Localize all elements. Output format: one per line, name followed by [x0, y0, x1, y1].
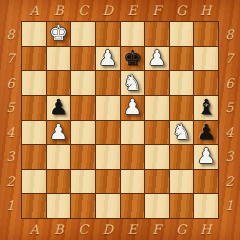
piece-white-knight[interactable]: ♞ [123, 73, 142, 94]
square-h6[interactable] [194, 71, 218, 95]
square-g2[interactable] [170, 170, 194, 194]
board: ♚♟♚♟♞♟♟♝♟♞♟♟ [21, 21, 219, 219]
piece-black-pawn[interactable]: ♟ [49, 97, 68, 118]
square-c2[interactable] [71, 170, 95, 194]
square-f1[interactable] [145, 194, 169, 218]
square-a2[interactable] [22, 170, 46, 194]
square-c4[interactable] [71, 121, 95, 145]
rank-label-left-5: 5 [0, 96, 21, 121]
square-b5[interactable]: ♟ [47, 96, 71, 120]
piece-white-pawn[interactable]: ♟ [123, 97, 142, 118]
square-h5[interactable]: ♝ [194, 96, 218, 120]
rank-labels-right: 87654321 [219, 22, 240, 218]
file-labels-top: ABCDEFGH [22, 0, 218, 21]
square-h7[interactable] [194, 47, 218, 71]
square-d1[interactable] [96, 194, 120, 218]
rank-label-right-2: 2 [219, 169, 240, 194]
square-e2[interactable] [121, 170, 145, 194]
square-c5[interactable] [71, 96, 95, 120]
square-b4[interactable]: ♟ [47, 121, 71, 145]
square-e7[interactable]: ♚ [121, 47, 145, 71]
square-c3[interactable] [71, 145, 95, 169]
piece-white-pawn[interactable]: ♟ [148, 48, 167, 69]
file-label-top-g: G [169, 0, 194, 21]
rank-label-right-1: 1 [219, 194, 240, 219]
square-a8[interactable] [22, 22, 46, 46]
rank-label-left-8: 8 [0, 22, 21, 47]
rank-label-left-3: 3 [0, 145, 21, 170]
square-g6[interactable] [170, 71, 194, 95]
rank-label-right-5: 5 [219, 96, 240, 121]
file-label-top-e: E [120, 0, 145, 21]
square-d2[interactable] [96, 170, 120, 194]
file-label-top-a: A [22, 0, 47, 21]
piece-white-king[interactable]: ♚ [49, 23, 68, 44]
file-label-bottom-b: B [47, 219, 72, 240]
rank-labels-left: 87654321 [0, 22, 21, 218]
square-g8[interactable] [170, 22, 194, 46]
square-e4[interactable] [121, 121, 145, 145]
square-b1[interactable] [47, 194, 71, 218]
file-label-top-h: H [194, 0, 219, 21]
square-d5[interactable] [96, 96, 120, 120]
square-g1[interactable] [170, 194, 194, 218]
file-label-bottom-g: G [169, 219, 194, 240]
square-e3[interactable] [121, 145, 145, 169]
piece-white-pawn[interactable]: ♟ [98, 48, 117, 69]
square-d8[interactable] [96, 22, 120, 46]
rank-label-right-6: 6 [219, 71, 240, 96]
square-e1[interactable] [121, 194, 145, 218]
square-f2[interactable] [145, 170, 169, 194]
square-d6[interactable] [96, 71, 120, 95]
rank-label-left-2: 2 [0, 169, 21, 194]
square-h4[interactable]: ♟ [194, 121, 218, 145]
board-frame: ABCDEFGH ABCDEFGH 87654321 87654321 ♚♟♚♟… [0, 0, 240, 240]
file-label-bottom-h: H [194, 219, 219, 240]
piece-white-knight[interactable]: ♞ [172, 122, 191, 143]
square-g7[interactable] [170, 47, 194, 71]
square-g5[interactable] [170, 96, 194, 120]
rank-label-left-1: 1 [0, 194, 21, 219]
square-c1[interactable] [71, 194, 95, 218]
square-a7[interactable] [22, 47, 46, 71]
square-b2[interactable] [47, 170, 71, 194]
square-b8[interactable]: ♚ [47, 22, 71, 46]
square-g4[interactable]: ♞ [170, 121, 194, 145]
rank-label-left-7: 7 [0, 47, 21, 72]
piece-black-king[interactable]: ♚ [123, 48, 142, 69]
file-label-top-b: B [47, 0, 72, 21]
square-a3[interactable] [22, 145, 46, 169]
square-b3[interactable] [47, 145, 71, 169]
square-a4[interactable] [22, 121, 46, 145]
square-b6[interactable] [47, 71, 71, 95]
file-labels-bottom: ABCDEFGH [22, 219, 218, 240]
square-h1[interactable] [194, 194, 218, 218]
square-d3[interactable] [96, 145, 120, 169]
square-f8[interactable] [145, 22, 169, 46]
square-f3[interactable] [145, 145, 169, 169]
square-c7[interactable] [71, 47, 95, 71]
piece-black-bishop[interactable]: ♝ [197, 97, 216, 118]
file-label-top-c: C [71, 0, 96, 21]
rank-label-right-4: 4 [219, 120, 240, 145]
square-h3[interactable]: ♟ [194, 145, 218, 169]
square-c8[interactable] [71, 22, 95, 46]
square-h8[interactable] [194, 22, 218, 46]
rank-label-right-7: 7 [219, 47, 240, 72]
file-label-top-d: D [96, 0, 121, 21]
square-a6[interactable] [22, 71, 46, 95]
square-e8[interactable] [121, 22, 145, 46]
file-label-bottom-f: F [145, 219, 170, 240]
square-e5[interactable]: ♟ [121, 96, 145, 120]
square-f5[interactable] [145, 96, 169, 120]
piece-black-pawn[interactable]: ♟ [197, 122, 216, 143]
square-f6[interactable] [145, 71, 169, 95]
square-a5[interactable] [22, 96, 46, 120]
piece-white-pawn[interactable]: ♟ [197, 146, 216, 167]
square-f4[interactable] [145, 121, 169, 145]
square-h2[interactable] [194, 170, 218, 194]
rank-label-left-6: 6 [0, 71, 21, 96]
file-label-bottom-c: C [71, 219, 96, 240]
file-label-bottom-a: A [22, 219, 47, 240]
square-f7[interactable]: ♟ [145, 47, 169, 71]
file-label-bottom-e: E [120, 219, 145, 240]
square-a1[interactable] [22, 194, 46, 218]
square-c6[interactable] [71, 71, 95, 95]
file-label-top-f: F [145, 0, 170, 21]
square-d4[interactable] [96, 121, 120, 145]
square-d7[interactable]: ♟ [96, 47, 120, 71]
square-g3[interactable] [170, 145, 194, 169]
file-label-bottom-d: D [96, 219, 121, 240]
piece-white-pawn[interactable]: ♟ [49, 122, 68, 143]
rank-label-left-4: 4 [0, 120, 21, 145]
rank-label-right-3: 3 [219, 145, 240, 170]
rank-label-right-8: 8 [219, 22, 240, 47]
square-b7[interactable] [47, 47, 71, 71]
square-e6[interactable]: ♞ [121, 71, 145, 95]
